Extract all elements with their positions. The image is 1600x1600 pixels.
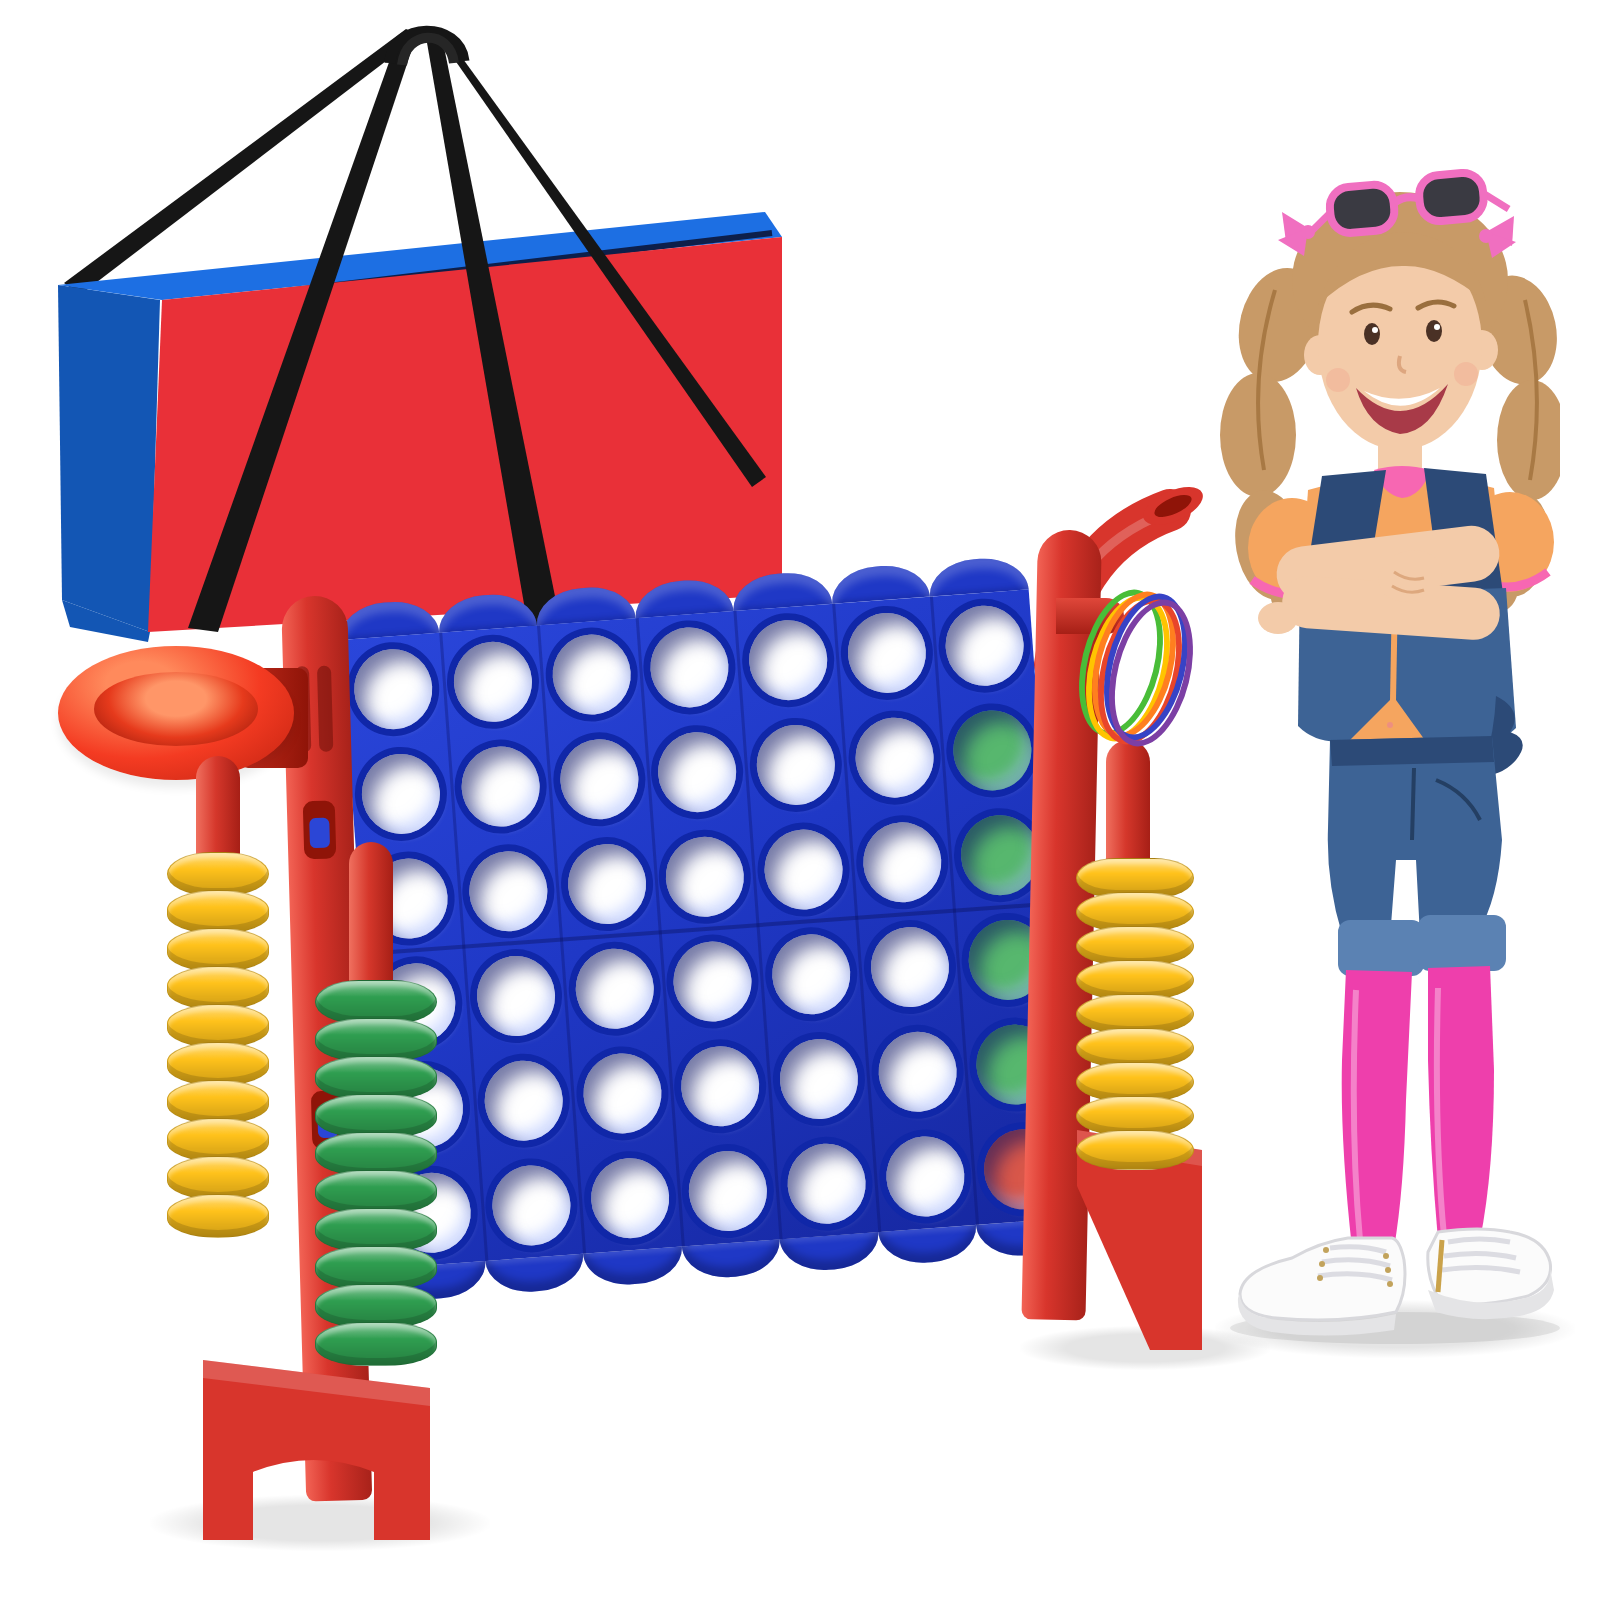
board-cell (772, 1127, 878, 1239)
eye (1426, 320, 1442, 342)
board-hole (557, 736, 641, 821)
board-cell (348, 737, 454, 849)
board-hole (852, 714, 936, 799)
board-cell (938, 694, 1044, 806)
board-cell (764, 1023, 870, 1135)
carry-bag (40, 15, 810, 655)
board-hole (762, 826, 846, 911)
board-hole (581, 1050, 665, 1135)
board-cell (454, 835, 560, 947)
board-hole (883, 1133, 967, 1218)
board-hole (746, 617, 830, 702)
board-hole (687, 1148, 771, 1233)
frame-slot (317, 666, 333, 752)
board-cells (340, 589, 1074, 1268)
board-hole (359, 751, 443, 836)
scallop-hump (878, 1225, 979, 1266)
board-hole (868, 924, 952, 1009)
four-in-a-row-board (338, 555, 1077, 1302)
board-hole (875, 1029, 959, 1114)
shorts-waistband (1330, 736, 1494, 766)
bag-front-panel (148, 237, 782, 632)
disc-stack-green-left (315, 980, 437, 1366)
board-cell (576, 1142, 682, 1254)
board-cell (560, 932, 666, 1044)
board-cell (651, 820, 757, 932)
board-hole (490, 1162, 574, 1247)
board-hole (656, 729, 740, 814)
board-cell (568, 1037, 674, 1149)
board-cell (863, 1015, 969, 1127)
bag-side-panel (58, 285, 160, 632)
board-hole (951, 707, 1035, 792)
board-cell (446, 730, 552, 842)
board-hole (459, 743, 543, 828)
board-cell (734, 604, 840, 716)
board-cell (643, 716, 749, 828)
board-cell (741, 709, 847, 821)
board-hole (671, 938, 755, 1023)
shorts (1328, 736, 1502, 938)
child-figure (1180, 140, 1560, 1350)
eye-glint (1434, 324, 1440, 330)
board-cell (832, 597, 938, 709)
board-hole (550, 631, 634, 716)
shorts-cuff (1418, 915, 1506, 971)
board-cell (749, 813, 855, 925)
board-hole (573, 946, 657, 1031)
board-hole (958, 812, 1042, 897)
board-cell (666, 1030, 772, 1142)
frame-clip (309, 818, 330, 849)
board-cell (930, 589, 1036, 701)
board-hole (352, 646, 436, 731)
board-cell (658, 925, 764, 1037)
board-cell (674, 1135, 780, 1247)
blush (1326, 368, 1350, 392)
board-cell (870, 1120, 976, 1232)
board-hole (467, 848, 551, 933)
disc-stack-yellow-left (167, 852, 269, 1238)
eye-glint (1372, 327, 1378, 333)
board-hole (482, 1057, 566, 1142)
board-cell (635, 611, 741, 723)
eye (1364, 323, 1380, 345)
basket-hoop (58, 646, 294, 780)
game-disc-yellow (1076, 1130, 1194, 1170)
board-cell (545, 723, 651, 835)
disc-stack-yellow-right (1076, 858, 1194, 1170)
scallop-hump (682, 1239, 783, 1280)
board-hole (769, 931, 853, 1016)
board-hole (785, 1141, 869, 1226)
board-hole (451, 639, 535, 724)
scallop-hump (583, 1247, 684, 1288)
shorts-fly (1412, 768, 1414, 840)
board-cell (439, 625, 545, 737)
board-cell (847, 806, 953, 918)
board-hole (565, 841, 649, 926)
ring-toss-rings (1082, 588, 1192, 758)
board-cell (840, 701, 946, 813)
game-disc-yellow (167, 1194, 269, 1238)
board-hole (648, 624, 732, 709)
board-hole (943, 602, 1027, 687)
board-hole (777, 1036, 861, 1121)
board-cell (855, 911, 961, 1023)
scallop-hump (485, 1254, 586, 1295)
board-hole (845, 610, 929, 695)
scallop-hump (780, 1232, 881, 1273)
board-cell (462, 940, 568, 1052)
blush (1454, 362, 1478, 386)
board-hole (754, 722, 838, 807)
board-hole (663, 834, 747, 919)
product-photo-scene (0, 0, 1600, 1600)
board-cell (537, 618, 643, 730)
board-hole (860, 819, 944, 904)
board-cell (470, 1044, 576, 1156)
board-cell (477, 1149, 583, 1261)
board-cell (757, 918, 863, 1030)
board-cell (552, 828, 658, 940)
shorts-cuff (1338, 920, 1424, 976)
board-hole (475, 953, 559, 1038)
board-cell (340, 633, 446, 745)
game-disc-green (315, 1322, 437, 1366)
board-hole (679, 1043, 763, 1128)
board-hole (588, 1155, 672, 1240)
basket-funnel (94, 672, 258, 746)
